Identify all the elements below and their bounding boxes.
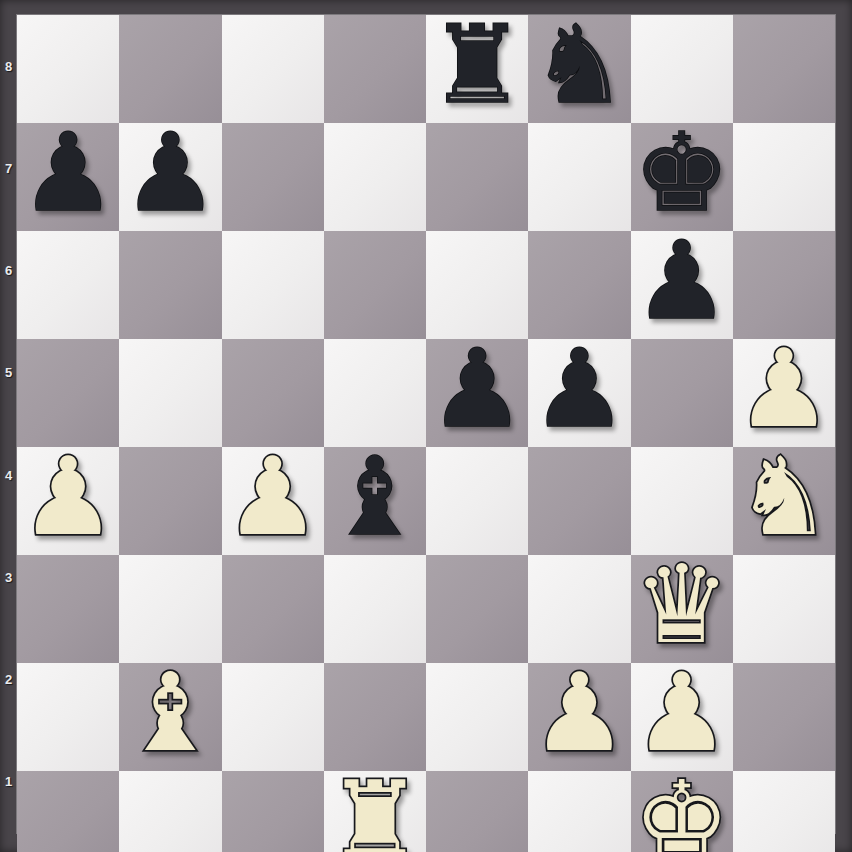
square-h3[interactable] (733, 555, 835, 663)
square-b5[interactable] (119, 339, 221, 447)
square-e3[interactable] (426, 555, 528, 663)
square-c4[interactable]: ♟ (222, 447, 324, 555)
square-h5[interactable]: ♟ (733, 339, 835, 447)
square-d4[interactable]: ♝ (324, 447, 426, 555)
piece-white-king[interactable]: ♚ (633, 767, 730, 852)
square-h6[interactable] (733, 231, 835, 339)
square-a6[interactable] (17, 231, 119, 339)
piece-white-pawn[interactable]: ♟ (531, 659, 628, 767)
square-a1[interactable] (17, 771, 119, 852)
square-c2[interactable] (222, 663, 324, 771)
square-e6[interactable] (426, 231, 528, 339)
square-c7[interactable] (222, 123, 324, 231)
square-g7[interactable]: ♚ (631, 123, 733, 231)
square-e1[interactable] (426, 771, 528, 852)
rank-label-4: 4 (0, 424, 17, 526)
square-d6[interactable] (324, 231, 426, 339)
piece-black-pawn[interactable]: ♟ (20, 119, 117, 227)
piece-black-pawn[interactable]: ♟ (531, 335, 628, 443)
piece-white-pawn[interactable]: ♟ (735, 335, 832, 443)
square-a3[interactable] (17, 555, 119, 663)
piece-black-bishop[interactable]: ♝ (326, 443, 423, 551)
rank-label-6: 6 (0, 220, 17, 322)
square-c1[interactable] (222, 771, 324, 852)
square-b6[interactable] (119, 231, 221, 339)
rank-label-2: 2 (0, 629, 17, 731)
square-d7[interactable] (324, 123, 426, 231)
piece-white-pawn[interactable]: ♟ (224, 443, 321, 551)
rank-label-3: 3 (0, 526, 17, 628)
square-a7[interactable]: ♟ (17, 123, 119, 231)
square-b4[interactable] (119, 447, 221, 555)
square-a8[interactable] (17, 15, 119, 123)
square-h2[interactable] (733, 663, 835, 771)
square-g1[interactable]: ♚ (631, 771, 733, 852)
square-h1[interactable] (733, 771, 835, 852)
square-b2[interactable]: ♝ (119, 663, 221, 771)
piece-black-pawn[interactable]: ♟ (122, 119, 219, 227)
square-g5[interactable] (631, 339, 733, 447)
square-e8[interactable]: ♜ (426, 15, 528, 123)
square-a5[interactable] (17, 339, 119, 447)
square-b3[interactable] (119, 555, 221, 663)
square-e5[interactable]: ♟ (426, 339, 528, 447)
piece-white-pawn[interactable]: ♟ (20, 443, 117, 551)
square-b1[interactable] (119, 771, 221, 852)
square-d5[interactable] (324, 339, 426, 447)
rank-label-5: 5 (0, 322, 17, 424)
square-g3[interactable]: ♛ (631, 555, 733, 663)
rank-label-8: 8 (0, 15, 17, 117)
board: ♜♞♟♟♚♟♟♟♟♟♟♝♞♛♝♟♟♜♚ (17, 15, 835, 833)
piece-black-pawn[interactable]: ♟ (429, 335, 526, 443)
piece-white-bishop[interactable]: ♝ (122, 659, 219, 767)
square-e2[interactable] (426, 663, 528, 771)
square-g2[interactable]: ♟ (631, 663, 733, 771)
square-g6[interactable]: ♟ (631, 231, 733, 339)
square-f6[interactable] (528, 231, 630, 339)
square-h4[interactable]: ♞ (733, 447, 835, 555)
piece-black-rook[interactable]: ♜ (429, 11, 526, 119)
square-d2[interactable] (324, 663, 426, 771)
piece-white-knight[interactable]: ♞ (735, 443, 832, 551)
rank-label-1: 1 (0, 731, 17, 833)
square-a2[interactable] (17, 663, 119, 771)
square-d1[interactable]: ♜ (324, 771, 426, 852)
square-f1[interactable] (528, 771, 630, 852)
square-h7[interactable] (733, 123, 835, 231)
square-g4[interactable] (631, 447, 733, 555)
piece-white-pawn[interactable]: ♟ (633, 659, 730, 767)
piece-black-knight[interactable]: ♞ (531, 11, 628, 119)
square-b8[interactable] (119, 15, 221, 123)
square-c6[interactable] (222, 231, 324, 339)
piece-white-rook[interactable]: ♜ (326, 767, 423, 852)
rank-label-7: 7 (0, 117, 17, 219)
square-d8[interactable] (324, 15, 426, 123)
square-c8[interactable] (222, 15, 324, 123)
square-e4[interactable] (426, 447, 528, 555)
square-g8[interactable] (631, 15, 733, 123)
square-f8[interactable]: ♞ (528, 15, 630, 123)
piece-black-pawn[interactable]: ♟ (633, 227, 730, 335)
square-h8[interactable] (733, 15, 835, 123)
square-b7[interactable]: ♟ (119, 123, 221, 231)
square-c3[interactable] (222, 555, 324, 663)
square-f2[interactable]: ♟ (528, 663, 630, 771)
square-d3[interactable] (324, 555, 426, 663)
square-f3[interactable] (528, 555, 630, 663)
square-f5[interactable]: ♟ (528, 339, 630, 447)
square-f4[interactable] (528, 447, 630, 555)
chessboard-frame: 87654321 abcdefgh ♜♞♟♟♚♟♟♟♟♟♟♝♞♛♝♟♟♜♚ (0, 0, 852, 852)
piece-black-king[interactable]: ♚ (633, 119, 730, 227)
piece-white-queen[interactable]: ♛ (633, 551, 730, 659)
square-c5[interactable] (222, 339, 324, 447)
square-a4[interactable]: ♟ (17, 447, 119, 555)
square-f7[interactable] (528, 123, 630, 231)
rank-labels: 87654321 (0, 15, 17, 833)
square-e7[interactable] (426, 123, 528, 231)
